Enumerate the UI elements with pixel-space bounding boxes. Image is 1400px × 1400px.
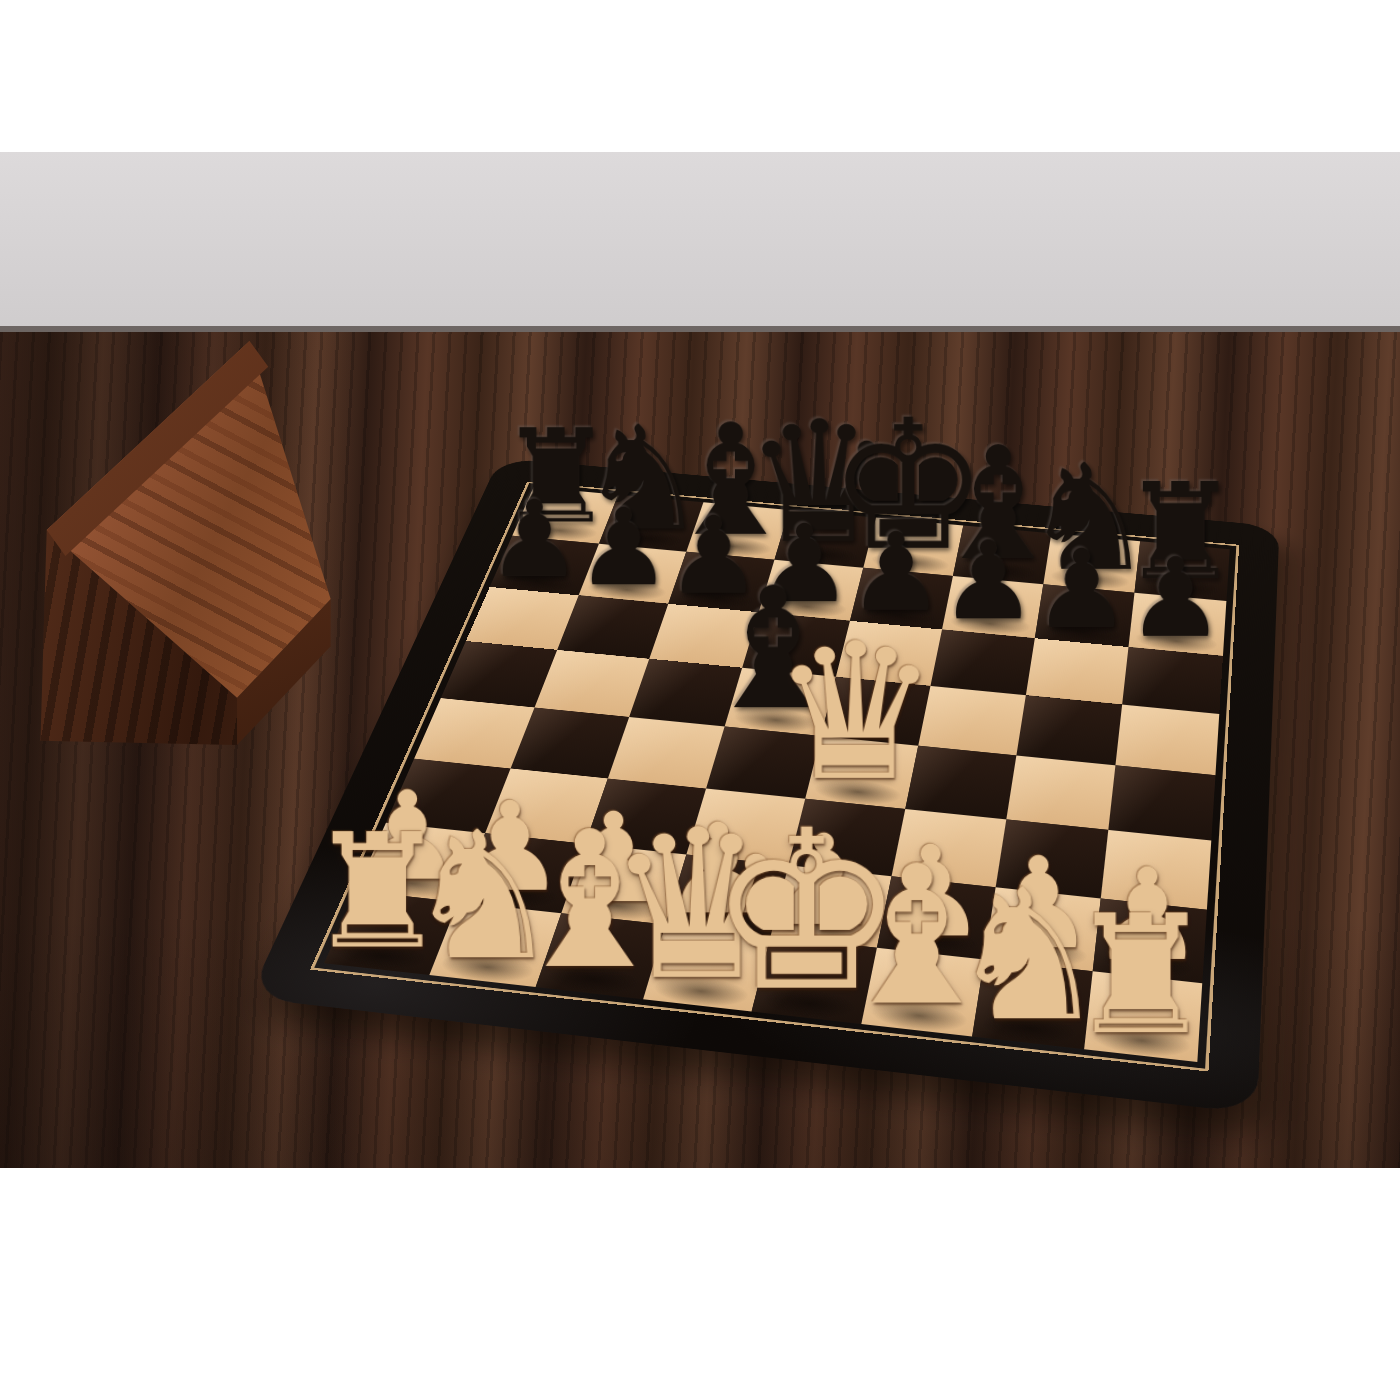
white-canvas-top — [0, 0, 1400, 152]
square-a4[interactable] — [414, 698, 534, 768]
square-g6[interactable] — [1026, 638, 1129, 704]
square-g4[interactable] — [1006, 755, 1115, 829]
square-g7[interactable]: ♟ — [1035, 584, 1135, 647]
black-pawn-b7[interactable]: ♟ — [576, 497, 672, 598]
black-pawn-f7[interactable]: ♟ — [940, 530, 1037, 633]
black-pawn-a7[interactable]: ♟ — [487, 489, 582, 590]
square-h1[interactable]: ♜ — [1084, 971, 1202, 1062]
square-f7[interactable]: ♟ — [942, 576, 1043, 638]
square-h4[interactable] — [1108, 765, 1215, 840]
white-queen-e4[interactable]: ♛ — [771, 623, 940, 802]
square-h5[interactable] — [1115, 705, 1219, 776]
square-g5[interactable] — [1016, 695, 1122, 765]
storage-box — [28, 328, 340, 758]
black-pawn-g7[interactable]: ♟ — [1033, 538, 1131, 641]
black-pawn-h7[interactable]: ♟ — [1127, 546, 1225, 650]
chess-board[interactable]: ♜♞♝♛♚♝♞♜♟♟♟♟♟♟♟♟♝♛♟♟♟♟♟♟♟♟♜♞♝♛♚♝♞♜ — [249, 458, 1280, 1114]
board-field: ♜♞♝♛♚♝♞♜♟♟♟♟♟♟♟♟♝♛♟♟♟♟♟♟♟♟♜♞♝♛♚♝♞♜ — [324, 487, 1230, 1062]
square-f6[interactable] — [930, 629, 1034, 695]
white-rook-h1[interactable]: ♜ — [1067, 898, 1215, 1054]
square-h6[interactable] — [1122, 647, 1223, 714]
white-canvas-bottom — [0, 1168, 1400, 1400]
board-scene: ♜♞♝♛♚♝♞♜♟♟♟♟♟♟♟♟♝♛♟♟♟♟♟♟♟♟♜♞♝♛♚♝♞♜ — [376, 291, 1266, 1181]
square-h7[interactable]: ♟ — [1128, 593, 1226, 656]
